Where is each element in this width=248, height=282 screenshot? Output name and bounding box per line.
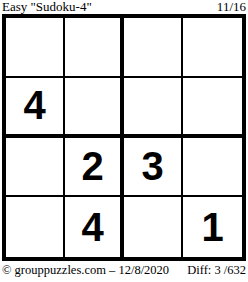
cell-r4c3[interactable] [124, 197, 183, 257]
cell-r1c2[interactable] [65, 18, 124, 78]
puzzle-page: Easy "Sudoku-4" 11/16 4 2 3 4 1 © groupp… [0, 0, 248, 282]
cell-r3c3[interactable]: 3 [124, 138, 183, 198]
footer: © grouppuzzles.com – 12/8/2020 Diff: 3 /… [2, 263, 246, 278]
cell-r1c3[interactable] [124, 18, 183, 78]
cell-r1c4[interactable] [183, 18, 242, 78]
cell-r4c1[interactable] [6, 197, 65, 257]
cell-r2c4[interactable] [183, 78, 242, 138]
cell-r3c1[interactable] [6, 138, 65, 198]
sudoku-grid: 4 2 3 4 1 [2, 14, 246, 261]
cell-r3c2[interactable]: 2 [65, 138, 124, 198]
difficulty-text: Diff: 3 /632 [187, 263, 246, 278]
cell-r4c2[interactable]: 4 [65, 197, 124, 257]
copyright-text: © grouppuzzles.com – 12/8/2020 [2, 263, 169, 278]
header: Easy "Sudoku-4" 11/16 [2, 0, 246, 14]
puzzle-title: Easy "Sudoku-4" [2, 0, 92, 14]
cell-r2c1[interactable]: 4 [6, 78, 65, 138]
cell-r1c1[interactable] [6, 18, 65, 78]
cell-r3c4[interactable] [183, 138, 242, 198]
cell-r2c2[interactable] [65, 78, 124, 138]
cell-r2c3[interactable] [124, 78, 183, 138]
page-number: 11/16 [217, 0, 246, 14]
cell-r4c4[interactable]: 1 [183, 197, 242, 257]
